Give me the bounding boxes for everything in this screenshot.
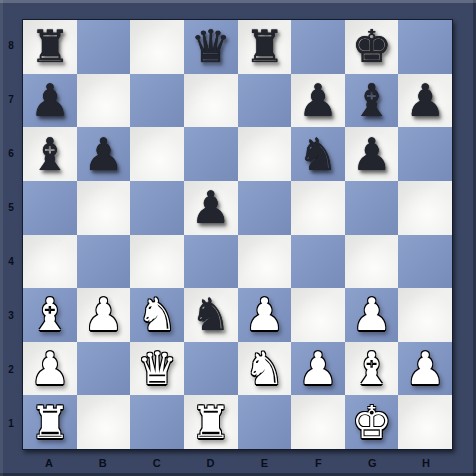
file-label-f: F — [291, 450, 345, 476]
piece-black-rook[interactable]: ♜ — [30, 24, 70, 69]
square-h3[interactable] — [398, 288, 452, 342]
square-d7[interactable] — [184, 74, 238, 128]
rank-label-5: 5 — [0, 181, 22, 235]
square-c4[interactable] — [130, 235, 184, 289]
piece-black-king[interactable]: ♚ — [351, 24, 391, 69]
piece-black-rook[interactable]: ♜ — [244, 24, 284, 69]
board-frame: 87654321 ♜♛♜♚♟♟♝♟♝♟♞♟♟♝♟♞♞♟♟♟♛♞♟♝♟♜♜♚ AB… — [0, 0, 476, 476]
square-c8[interactable] — [130, 20, 184, 74]
square-d2[interactable] — [184, 342, 238, 396]
square-a2[interactable]: ♟ — [23, 342, 77, 396]
piece-white-rook[interactable]: ♜ — [191, 400, 231, 445]
square-e2[interactable]: ♞ — [238, 342, 292, 396]
piece-white-pawn[interactable]: ♟ — [405, 346, 445, 391]
piece-black-pawn[interactable]: ♟ — [351, 132, 391, 177]
square-c1[interactable] — [130, 395, 184, 449]
piece-white-pawn[interactable]: ♟ — [351, 292, 391, 337]
square-d5[interactable]: ♟ — [184, 181, 238, 235]
rank-label-1: 1 — [0, 396, 22, 450]
piece-black-bishop[interactable]: ♝ — [351, 78, 391, 123]
rank-label-6: 6 — [0, 127, 22, 181]
square-f7[interactable]: ♟ — [291, 74, 345, 128]
piece-black-pawn[interactable]: ♟ — [298, 78, 338, 123]
square-f2[interactable]: ♟ — [291, 342, 345, 396]
square-d3[interactable]: ♞ — [184, 288, 238, 342]
piece-white-queen[interactable]: ♛ — [137, 346, 177, 391]
square-e6[interactable] — [238, 127, 292, 181]
file-label-g: G — [345, 450, 399, 476]
square-g8[interactable]: ♚ — [345, 20, 399, 74]
piece-black-pawn[interactable]: ♟ — [83, 132, 123, 177]
square-h5[interactable] — [398, 181, 452, 235]
square-b3[interactable]: ♟ — [77, 288, 131, 342]
rank-label-3: 3 — [0, 288, 22, 342]
square-g1[interactable]: ♚ — [345, 395, 399, 449]
square-b2[interactable] — [77, 342, 131, 396]
file-label-b: B — [76, 450, 130, 476]
square-g7[interactable]: ♝ — [345, 74, 399, 128]
square-e4[interactable] — [238, 235, 292, 289]
square-h8[interactable] — [398, 20, 452, 74]
piece-white-pawn[interactable]: ♟ — [83, 292, 123, 337]
piece-white-pawn[interactable]: ♟ — [30, 346, 70, 391]
square-a1[interactable]: ♜ — [23, 395, 77, 449]
piece-black-pawn[interactable]: ♟ — [405, 78, 445, 123]
square-b6[interactable]: ♟ — [77, 127, 131, 181]
square-d6[interactable] — [184, 127, 238, 181]
piece-white-bishop[interactable]: ♝ — [351, 346, 391, 391]
piece-white-bishop[interactable]: ♝ — [30, 292, 70, 337]
piece-black-knight[interactable]: ♞ — [191, 292, 231, 337]
square-h4[interactable] — [398, 235, 452, 289]
square-d4[interactable] — [184, 235, 238, 289]
square-h2[interactable]: ♟ — [398, 342, 452, 396]
square-c2[interactable]: ♛ — [130, 342, 184, 396]
piece-black-knight[interactable]: ♞ — [298, 132, 338, 177]
square-a4[interactable] — [23, 235, 77, 289]
chess-board: ♜♛♜♚♟♟♝♟♝♟♞♟♟♝♟♞♞♟♟♟♛♞♟♝♟♜♜♚ — [22, 19, 453, 450]
square-e7[interactable] — [238, 74, 292, 128]
square-b5[interactable] — [77, 181, 131, 235]
rank-labels: 87654321 — [0, 19, 22, 450]
square-g5[interactable] — [345, 181, 399, 235]
square-d1[interactable]: ♜ — [184, 395, 238, 449]
piece-white-pawn[interactable]: ♟ — [244, 292, 284, 337]
piece-white-pawn[interactable]: ♟ — [298, 346, 338, 391]
square-f4[interactable] — [291, 235, 345, 289]
square-c5[interactable] — [130, 181, 184, 235]
square-e3[interactable]: ♟ — [238, 288, 292, 342]
square-g2[interactable]: ♝ — [345, 342, 399, 396]
square-h1[interactable] — [398, 395, 452, 449]
square-e8[interactable]: ♜ — [238, 20, 292, 74]
square-a8[interactable]: ♜ — [23, 20, 77, 74]
piece-white-knight[interactable]: ♞ — [137, 292, 177, 337]
rank-label-7: 7 — [0, 73, 22, 127]
piece-black-queen[interactable]: ♛ — [191, 24, 231, 69]
file-label-h: H — [399, 450, 453, 476]
square-e1[interactable] — [238, 395, 292, 449]
square-c7[interactable] — [130, 74, 184, 128]
file-label-d: D — [184, 450, 238, 476]
piece-white-knight[interactable]: ♞ — [244, 346, 284, 391]
square-f1[interactable] — [291, 395, 345, 449]
square-b8[interactable] — [77, 20, 131, 74]
square-a6[interactable]: ♝ — [23, 127, 77, 181]
square-e5[interactable] — [238, 181, 292, 235]
square-f5[interactable] — [291, 181, 345, 235]
square-h7[interactable]: ♟ — [398, 74, 452, 128]
rank-label-8: 8 — [0, 19, 22, 73]
piece-black-bishop[interactable]: ♝ — [30, 132, 70, 177]
piece-black-pawn[interactable]: ♟ — [191, 185, 231, 230]
file-label-a: A — [22, 450, 76, 476]
square-g6[interactable]: ♟ — [345, 127, 399, 181]
square-f3[interactable] — [291, 288, 345, 342]
square-g4[interactable] — [345, 235, 399, 289]
piece-white-king[interactable]: ♚ — [351, 400, 391, 445]
file-label-e: E — [238, 450, 292, 476]
square-b4[interactable] — [77, 235, 131, 289]
file-label-c: C — [130, 450, 184, 476]
square-b7[interactable] — [77, 74, 131, 128]
rank-label-4: 4 — [0, 235, 22, 289]
square-c3[interactable]: ♞ — [130, 288, 184, 342]
square-a7[interactable]: ♟ — [23, 74, 77, 128]
square-h6[interactable] — [398, 127, 452, 181]
square-g3[interactable]: ♟ — [345, 288, 399, 342]
square-a5[interactable] — [23, 181, 77, 235]
piece-black-pawn[interactable]: ♟ — [30, 78, 70, 123]
square-f6[interactable]: ♞ — [291, 127, 345, 181]
rank-label-2: 2 — [0, 342, 22, 396]
file-labels: ABCDEFGH — [22, 450, 453, 476]
square-d8[interactable]: ♛ — [184, 20, 238, 74]
square-c6[interactable] — [130, 127, 184, 181]
piece-white-rook[interactable]: ♜ — [30, 400, 70, 445]
square-a3[interactable]: ♝ — [23, 288, 77, 342]
square-b1[interactable] — [77, 395, 131, 449]
square-f8[interactable] — [291, 20, 345, 74]
